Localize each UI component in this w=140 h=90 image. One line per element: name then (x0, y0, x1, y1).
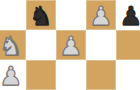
square-r1c2[interactable]: ♟ (56, 30, 86, 60)
white-pawn[interactable]: ♟ (89, 1, 112, 31)
white-pawn[interactable]: ♟ (59, 31, 82, 61)
square-r1c3[interactable] (86, 30, 116, 60)
square-r2c2[interactable] (56, 60, 86, 90)
black-pawn[interactable]: ♟ (119, 1, 140, 31)
square-r0c0[interactable] (0, 0, 26, 30)
square-r0c1[interactable]: ♞ (26, 0, 56, 30)
chess-board: ♞ ♟ ♟ ♞ ♟ ♟ (0, 0, 140, 90)
square-r1c0[interactable]: ♞ (0, 30, 26, 60)
square-r0c2[interactable] (56, 0, 86, 30)
square-r2c0[interactable]: ♟ (0, 60, 26, 90)
square-r2c1[interactable] (26, 60, 56, 90)
black-knight[interactable]: ♞ (29, 1, 52, 31)
square-r1c1[interactable] (26, 30, 56, 60)
square-r0c3[interactable]: ♟ (86, 0, 116, 30)
white-knight[interactable]: ♞ (0, 31, 23, 61)
white-pawn[interactable]: ♟ (0, 61, 23, 90)
square-r2c3[interactable] (86, 60, 116, 90)
square-r0c4[interactable]: ♟ (116, 0, 140, 30)
square-r2c4[interactable] (116, 60, 140, 90)
screenshot-root: ♞ ♟ ♟ ♞ ♟ ♟ (0, 0, 140, 90)
square-r1c4[interactable] (116, 30, 140, 60)
